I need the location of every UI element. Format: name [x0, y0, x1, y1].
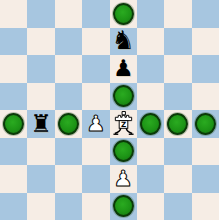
board-square-r1c4[interactable]: ♞ — [110, 28, 137, 56]
black-rook-piece[interactable]: ♜ — [30, 112, 52, 136]
board-square-r5c7[interactable] — [192, 138, 219, 166]
board-square-r4c0[interactable] — [0, 110, 27, 138]
board-square-r7c7[interactable] — [192, 193, 219, 221]
board-square-r0c6[interactable] — [164, 0, 191, 28]
board-square-r3c1[interactable] — [27, 83, 54, 111]
board-square-r6c4[interactable]: ♟ — [110, 165, 137, 193]
board-square-r4c4[interactable]: Z — [110, 110, 137, 138]
black-pawn-piece[interactable]: ♟ — [113, 57, 134, 80]
svg-text:Z: Z — [121, 120, 126, 129]
board-square-r3c4[interactable] — [110, 83, 137, 111]
green-bush-piece[interactable] — [58, 113, 79, 135]
board-square-r3c5[interactable] — [137, 83, 164, 111]
board-square-r7c4[interactable] — [110, 193, 137, 221]
board-square-r1c7[interactable] — [192, 28, 219, 56]
board-square-r2c3[interactable] — [82, 55, 109, 83]
board-square-r4c3[interactable]: ♟ — [82, 110, 109, 138]
board-square-r3c6[interactable] — [164, 83, 191, 111]
green-bush-piece[interactable] — [113, 195, 134, 217]
board-square-r3c3[interactable] — [82, 83, 109, 111]
board-square-r0c1[interactable] — [27, 0, 54, 28]
board-square-r7c1[interactable] — [27, 193, 54, 221]
board-square-r3c2[interactable] — [55, 83, 82, 111]
board-square-r2c6[interactable] — [164, 55, 191, 83]
board-square-r4c6[interactable] — [164, 110, 191, 138]
white-pawn-piece[interactable]: ♟ — [86, 113, 106, 135]
board-square-r2c0[interactable] — [0, 55, 27, 83]
board-square-r4c1[interactable]: ♜ — [27, 110, 54, 138]
board-square-r7c5[interactable] — [137, 193, 164, 221]
board-square-r5c6[interactable] — [164, 138, 191, 166]
green-bush-piece[interactable] — [167, 113, 188, 135]
board-square-r6c1[interactable] — [27, 165, 54, 193]
board-square-r0c5[interactable] — [137, 0, 164, 28]
board-square-r6c2[interactable] — [55, 165, 82, 193]
board-square-r6c0[interactable] — [0, 165, 27, 193]
board-square-r5c3[interactable] — [82, 138, 109, 166]
board-square-r2c5[interactable] — [137, 55, 164, 83]
board-square-r5c1[interactable] — [27, 138, 54, 166]
board-square-r6c6[interactable] — [164, 165, 191, 193]
white-generic-piece-piece[interactable]: Z — [112, 111, 135, 136]
board-square-r0c2[interactable] — [55, 0, 82, 28]
board-square-r2c1[interactable] — [27, 55, 54, 83]
green-bush-piece[interactable] — [195, 113, 216, 135]
board-square-r1c1[interactable] — [27, 28, 54, 56]
board-square-r5c2[interactable] — [55, 138, 82, 166]
board-square-r6c7[interactable] — [192, 165, 219, 193]
board-square-r4c5[interactable] — [137, 110, 164, 138]
board-square-r4c7[interactable] — [192, 110, 219, 138]
white-pawn-piece[interactable]: ♟ — [113, 168, 133, 190]
green-bush-piece[interactable] — [140, 113, 161, 135]
green-bush-piece[interactable] — [113, 85, 134, 107]
board-square-r0c3[interactable] — [82, 0, 109, 28]
board-square-r2c7[interactable] — [192, 55, 219, 83]
board-square-r4c2[interactable] — [55, 110, 82, 138]
chess-board: ♞♟♜♟Z♟ — [0, 0, 219, 220]
green-bush-piece[interactable] — [3, 113, 24, 135]
board-square-r1c3[interactable] — [82, 28, 109, 56]
board-square-r7c0[interactable] — [0, 193, 27, 221]
green-bush-piece[interactable] — [113, 3, 134, 25]
board-square-r3c0[interactable] — [0, 83, 27, 111]
board-square-r7c2[interactable] — [55, 193, 82, 221]
board-square-r6c3[interactable] — [82, 165, 109, 193]
board-square-r1c2[interactable] — [55, 28, 82, 56]
black-knight-piece[interactable]: ♞ — [112, 28, 135, 54]
board-square-r7c6[interactable] — [164, 193, 191, 221]
board-square-r1c6[interactable] — [164, 28, 191, 56]
board-square-r2c4[interactable]: ♟ — [110, 55, 137, 83]
board-square-r5c4[interactable] — [110, 138, 137, 166]
board-square-r0c0[interactable] — [0, 0, 27, 28]
board-square-r1c0[interactable] — [0, 28, 27, 56]
game-board-window: ♞♟♜♟Z♟ — [0, 0, 219, 220]
board-square-r0c4[interactable] — [110, 0, 137, 28]
board-square-r5c5[interactable] — [137, 138, 164, 166]
board-square-r1c5[interactable] — [137, 28, 164, 56]
board-square-r3c7[interactable] — [192, 83, 219, 111]
board-square-r7c3[interactable] — [82, 193, 109, 221]
board-square-r6c5[interactable] — [137, 165, 164, 193]
board-square-r2c2[interactable] — [55, 55, 82, 83]
green-bush-piece[interactable] — [113, 140, 134, 162]
board-square-r0c7[interactable] — [192, 0, 219, 28]
board-square-r5c0[interactable] — [0, 138, 27, 166]
